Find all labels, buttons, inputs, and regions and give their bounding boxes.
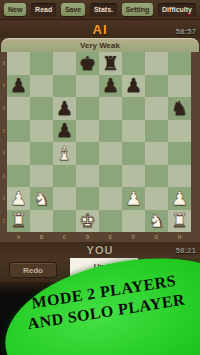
setting-button[interactable]: Setting <box>122 3 154 16</box>
black-rook: ♜ <box>99 52 122 75</box>
black-pawn: ♟ <box>53 120 76 143</box>
opponent-clock: 58:57 <box>176 27 196 36</box>
square-a2[interactable]: ♟ <box>7 187 30 210</box>
black-knight: ♞ <box>168 97 191 120</box>
square-f3[interactable] <box>122 165 145 188</box>
square-g3[interactable] <box>145 165 168 188</box>
square-c7[interactable] <box>53 75 76 98</box>
square-f5[interactable] <box>122 120 145 143</box>
white-pawn: ♟ <box>168 187 191 210</box>
square-h2[interactable]: ♟ <box>168 187 191 210</box>
difficulty-level-label: Very Weak <box>80 41 120 50</box>
square-b8[interactable] <box>30 52 53 75</box>
square-c2[interactable] <box>53 187 76 210</box>
square-c6[interactable]: ♟ <box>53 97 76 120</box>
square-d8[interactable]: ♚ <box>76 52 99 75</box>
player-name: YOU <box>87 244 114 256</box>
black-pawn: ♟ <box>53 97 76 120</box>
file-labels: ABCDEFGH <box>7 232 191 242</box>
square-g6[interactable] <box>145 97 168 120</box>
file-label-b: B <box>30 232 53 242</box>
opponent-name: AI <box>93 22 108 37</box>
square-f7[interactable]: ♟ <box>122 75 145 98</box>
square-a6[interactable] <box>7 97 30 120</box>
difficulty-button[interactable]: Difficulty <box>158 3 196 16</box>
file-label-h: H <box>168 232 191 242</box>
file-label-g: G <box>145 232 168 242</box>
square-f2[interactable]: ♟ <box>122 187 145 210</box>
stats-button[interactable]: Stats. <box>90 3 117 16</box>
board-frame: 87654321 ♚♜♟♟♟♟♞♟♝♟♞♟♟♜♚♞♜ ABCDEFGH <box>0 52 200 242</box>
square-f6[interactable] <box>122 97 145 120</box>
white-bishop: ♝ <box>53 142 76 165</box>
square-h7[interactable] <box>168 75 191 98</box>
file-label-e: E <box>99 232 122 242</box>
square-g7[interactable] <box>145 75 168 98</box>
square-g5[interactable] <box>145 120 168 143</box>
square-c3[interactable] <box>53 165 76 188</box>
chess-app-window: New Read Save Stats. Setting Difficulty … <box>0 0 200 355</box>
square-g1[interactable]: ♞ <box>145 210 168 233</box>
file-label-d: D <box>76 232 99 242</box>
white-rook: ♜ <box>168 210 191 233</box>
square-f4[interactable] <box>122 142 145 165</box>
square-f8[interactable] <box>122 52 145 75</box>
white-pawn: ♟ <box>122 187 145 210</box>
square-b1[interactable] <box>30 210 53 233</box>
square-a8[interactable] <box>7 52 30 75</box>
square-h4[interactable] <box>168 142 191 165</box>
square-d7[interactable] <box>76 75 99 98</box>
player-bar: YOU 58:21 <box>0 242 200 258</box>
square-h3[interactable] <box>168 165 191 188</box>
square-e8[interactable]: ♜ <box>99 52 122 75</box>
square-d5[interactable] <box>76 120 99 143</box>
square-b2[interactable]: ♞ <box>30 187 53 210</box>
square-b3[interactable] <box>30 165 53 188</box>
square-e2[interactable] <box>99 187 122 210</box>
square-a1[interactable]: ♜ <box>7 210 30 233</box>
white-pawn: ♟ <box>7 187 30 210</box>
file-label-a: A <box>7 232 30 242</box>
square-a4[interactable] <box>7 142 30 165</box>
top-menu-bar: New Read Save Stats. Setting Difficulty <box>0 0 200 20</box>
square-a5[interactable] <box>7 120 30 143</box>
square-h1[interactable]: ♜ <box>168 210 191 233</box>
file-label-f: F <box>122 232 145 242</box>
square-e1[interactable] <box>99 210 122 233</box>
save-button[interactable]: Save <box>61 3 85 16</box>
player-clock: 58:21 <box>176 246 196 255</box>
square-c4[interactable]: ♝ <box>53 142 76 165</box>
black-king: ♚ <box>76 52 99 75</box>
square-d1[interactable]: ♚ <box>76 210 99 233</box>
square-h6[interactable]: ♞ <box>168 97 191 120</box>
square-d4[interactable] <box>76 142 99 165</box>
file-label-c: C <box>53 232 76 242</box>
chess-board[interactable]: ♚♜♟♟♟♟♞♟♝♟♞♟♟♜♚♞♜ <box>7 52 191 232</box>
square-b7[interactable] <box>30 75 53 98</box>
square-d3[interactable] <box>76 165 99 188</box>
square-c8[interactable] <box>53 52 76 75</box>
new-game-button[interactable]: New <box>4 3 26 16</box>
square-e6[interactable] <box>99 97 122 120</box>
square-f1[interactable] <box>122 210 145 233</box>
square-g8[interactable] <box>145 52 168 75</box>
black-pawn: ♟ <box>122 75 145 98</box>
square-e4[interactable] <box>99 142 122 165</box>
white-rook: ♜ <box>7 210 30 233</box>
black-pawn: ♟ <box>7 75 30 98</box>
square-h8[interactable] <box>168 52 191 75</box>
white-knight: ♞ <box>145 210 168 233</box>
bottom-section: Undo Redo MODE 2 PLAYERS AND SOLO PLAYER <box>0 258 200 355</box>
square-d2[interactable] <box>76 187 99 210</box>
square-c1[interactable] <box>53 210 76 233</box>
square-e7[interactable]: ♟ <box>99 75 122 98</box>
square-b4[interactable] <box>30 142 53 165</box>
redo-button[interactable]: Redo <box>9 262 57 278</box>
square-d6[interactable] <box>76 97 99 120</box>
square-e5[interactable] <box>99 120 122 143</box>
rank-labels: 87654321 <box>0 52 7 232</box>
square-g2[interactable] <box>145 187 168 210</box>
white-king: ♚ <box>76 210 99 233</box>
square-g4[interactable] <box>145 142 168 165</box>
square-c5[interactable]: ♟ <box>53 120 76 143</box>
black-pawn: ♟ <box>99 75 122 98</box>
difficulty-level-strip: Very Weak <box>1 38 199 52</box>
square-a7[interactable]: ♟ <box>7 75 30 98</box>
opponent-bar: AI 58:57 <box>0 20 200 38</box>
square-h5[interactable] <box>168 120 191 143</box>
read-button[interactable]: Read <box>31 3 56 16</box>
square-e3[interactable] <box>99 165 122 188</box>
square-a3[interactable] <box>7 165 30 188</box>
square-b6[interactable] <box>30 97 53 120</box>
square-b5[interactable] <box>30 120 53 143</box>
white-knight: ♞ <box>30 187 53 210</box>
